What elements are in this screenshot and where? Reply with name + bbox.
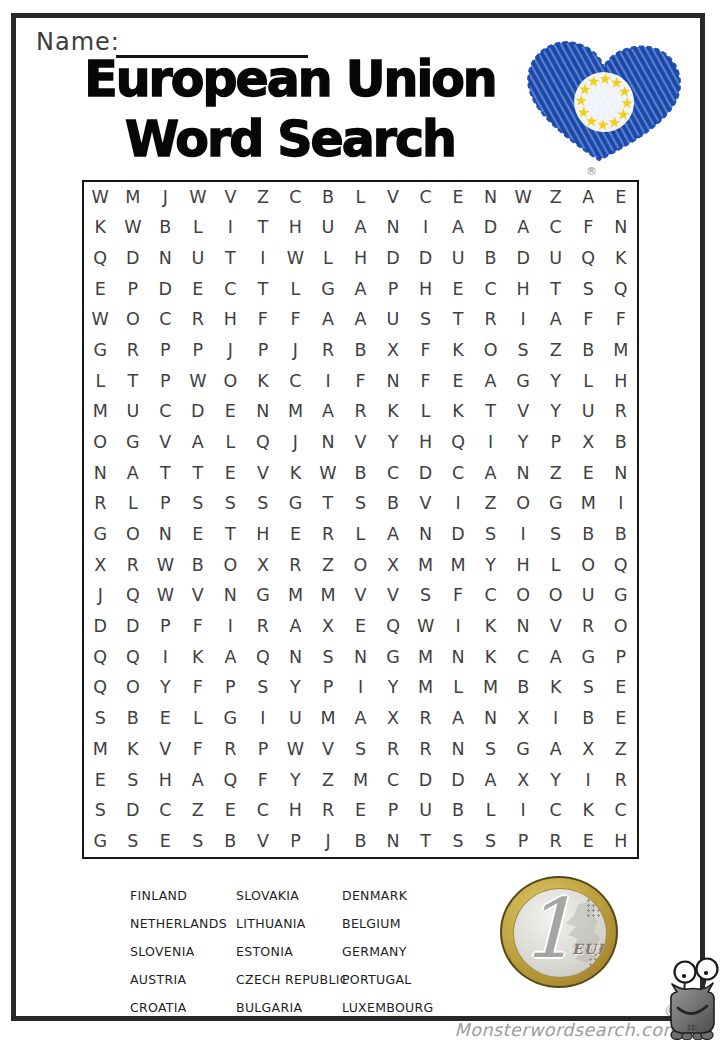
- grid-cell[interactable]: N: [377, 826, 410, 857]
- grid-cell[interactable]: P: [149, 335, 182, 366]
- grid-cell[interactable]: H: [409, 427, 442, 458]
- grid-cell[interactable]: G: [117, 427, 150, 458]
- grid-cell[interactable]: P: [279, 826, 312, 857]
- grid-cell[interactable]: K: [279, 458, 312, 489]
- grid-cell[interactable]: Q: [604, 274, 637, 305]
- grid-cell[interactable]: Y: [149, 673, 182, 704]
- grid-cell[interactable]: V: [377, 581, 410, 612]
- grid-cell[interactable]: K: [442, 335, 475, 366]
- grid-cell[interactable]: E: [279, 519, 312, 550]
- grid-cell[interactable]: N: [247, 397, 280, 428]
- grid-cell[interactable]: A: [442, 704, 475, 735]
- grid-cell[interactable]: W: [149, 550, 182, 581]
- grid-cell[interactable]: Q: [84, 673, 117, 704]
- grid-cell[interactable]: K: [442, 397, 475, 428]
- grid-cell[interactable]: B: [344, 458, 377, 489]
- grid-cell[interactable]: V: [507, 397, 540, 428]
- grid-cell[interactable]: Y: [539, 765, 572, 796]
- grid-cell[interactable]: B: [344, 335, 377, 366]
- grid-cell[interactable]: K: [604, 243, 637, 274]
- grid-cell[interactable]: P: [182, 335, 215, 366]
- grid-cell[interactable]: P: [377, 274, 410, 305]
- grid-cell[interactable]: Q: [247, 642, 280, 673]
- grid-cell[interactable]: F: [409, 335, 442, 366]
- grid-cell[interactable]: M: [117, 182, 150, 213]
- grid-cell[interactable]: I: [604, 489, 637, 520]
- grid-cell[interactable]: C: [474, 274, 507, 305]
- grid-cell[interactable]: J: [279, 427, 312, 458]
- grid-cell[interactable]: W: [182, 182, 215, 213]
- grid-cell[interactable]: E: [442, 366, 475, 397]
- grid-cell[interactable]: T: [409, 826, 442, 857]
- grid-cell[interactable]: C: [279, 366, 312, 397]
- grid-cell[interactable]: G: [507, 734, 540, 765]
- grid-cell[interactable]: S: [84, 704, 117, 735]
- grid-cell[interactable]: K: [539, 673, 572, 704]
- grid-cell[interactable]: S: [247, 673, 280, 704]
- grid-cell[interactable]: S: [214, 489, 247, 520]
- grid-cell[interactable]: A: [312, 305, 345, 336]
- grid-cell[interactable]: A: [572, 182, 605, 213]
- grid-cell[interactable]: R: [84, 489, 117, 520]
- grid-cell[interactable]: R: [604, 397, 637, 428]
- grid-cell[interactable]: V: [214, 182, 247, 213]
- grid-cell[interactable]: R: [312, 796, 345, 827]
- grid-cell[interactable]: X: [507, 704, 540, 735]
- grid-cell[interactable]: G: [507, 366, 540, 397]
- grid-cell[interactable]: N: [604, 458, 637, 489]
- word-item[interactable]: DENMARK: [342, 882, 433, 910]
- grid-cell[interactable]: O: [572, 550, 605, 581]
- grid-cell[interactable]: C: [377, 458, 410, 489]
- grid-cell[interactable]: U: [539, 243, 572, 274]
- grid-cell[interactable]: L: [572, 366, 605, 397]
- grid-cell[interactable]: E: [604, 704, 637, 735]
- grid-cell[interactable]: B: [312, 182, 345, 213]
- grid-cell[interactable]: A: [539, 305, 572, 336]
- grid-cell[interactable]: D: [149, 274, 182, 305]
- grid-cell[interactable]: L: [344, 182, 377, 213]
- grid-cell[interactable]: X: [572, 734, 605, 765]
- grid-cell[interactable]: G: [84, 335, 117, 366]
- grid-cell[interactable]: F: [344, 366, 377, 397]
- grid-cell[interactable]: F: [182, 734, 215, 765]
- grid-cell[interactable]: Z: [539, 458, 572, 489]
- word-item[interactable]: AUSTRIA: [130, 966, 227, 994]
- word-item[interactable]: LITHUANIA: [236, 910, 349, 938]
- grid-cell[interactable]: H: [279, 213, 312, 244]
- grid-cell[interactable]: V: [409, 489, 442, 520]
- grid-cell[interactable]: W: [312, 458, 345, 489]
- grid-cell[interactable]: K: [474, 612, 507, 643]
- grid-cell[interactable]: L: [344, 519, 377, 550]
- grid-cell[interactable]: N: [507, 458, 540, 489]
- grid-cell[interactable]: N: [604, 213, 637, 244]
- grid-cell[interactable]: G: [377, 642, 410, 673]
- grid-cell[interactable]: N: [409, 519, 442, 550]
- grid-cell[interactable]: S: [312, 642, 345, 673]
- grid-cell[interactable]: Z: [539, 335, 572, 366]
- grid-cell[interactable]: V: [377, 182, 410, 213]
- grid-cell[interactable]: M: [474, 673, 507, 704]
- grid-cell[interactable]: N: [474, 704, 507, 735]
- grid-cell[interactable]: R: [312, 519, 345, 550]
- grid-cell[interactable]: A: [344, 305, 377, 336]
- grid-cell[interactable]: E: [442, 274, 475, 305]
- grid-cell[interactable]: O: [507, 489, 540, 520]
- grid-cell[interactable]: K: [247, 366, 280, 397]
- word-item[interactable]: NETHERLANDS: [130, 910, 227, 938]
- grid-cell[interactable]: Q: [214, 765, 247, 796]
- grid-cell[interactable]: L: [539, 550, 572, 581]
- grid-cell[interactable]: U: [117, 397, 150, 428]
- grid-cell[interactable]: M: [279, 581, 312, 612]
- grid-cell[interactable]: G: [84, 826, 117, 857]
- grid-cell[interactable]: D: [117, 796, 150, 827]
- grid-cell[interactable]: H: [247, 519, 280, 550]
- grid-cell[interactable]: X: [312, 612, 345, 643]
- grid-cell[interactable]: H: [507, 274, 540, 305]
- grid-cell[interactable]: A: [312, 397, 345, 428]
- grid-cell[interactable]: I: [507, 519, 540, 550]
- grid-cell[interactable]: P: [149, 612, 182, 643]
- word-item[interactable]: LUXEMBOURG: [342, 994, 433, 1022]
- grid-cell[interactable]: S: [474, 519, 507, 550]
- grid-cell[interactable]: T: [117, 366, 150, 397]
- grid-cell[interactable]: X: [84, 550, 117, 581]
- grid-cell[interactable]: Q: [442, 427, 475, 458]
- grid-cell[interactable]: I: [214, 612, 247, 643]
- grid-cell[interactable]: X: [377, 335, 410, 366]
- grid-cell[interactable]: E: [572, 826, 605, 857]
- grid-cell[interactable]: U: [572, 581, 605, 612]
- word-item[interactable]: PORTUGAL: [342, 966, 433, 994]
- grid-cell[interactable]: Y: [377, 673, 410, 704]
- grid-cell[interactable]: Y: [279, 673, 312, 704]
- grid-cell[interactable]: M: [84, 397, 117, 428]
- grid-cell[interactable]: Y: [377, 427, 410, 458]
- word-item[interactable]: CROATIA: [130, 994, 227, 1022]
- grid-cell[interactable]: A: [182, 765, 215, 796]
- grid-cell[interactable]: Z: [312, 765, 345, 796]
- grid-cell[interactable]: G: [312, 274, 345, 305]
- grid-cell[interactable]: M: [409, 550, 442, 581]
- grid-cell[interactable]: E: [214, 397, 247, 428]
- grid-cell[interactable]: O: [507, 581, 540, 612]
- grid-cell[interactable]: O: [117, 673, 150, 704]
- grid-cell[interactable]: E: [214, 458, 247, 489]
- grid-cell[interactable]: Z: [539, 182, 572, 213]
- grid-cell[interactable]: C: [279, 182, 312, 213]
- grid-cell[interactable]: I: [149, 642, 182, 673]
- grid-cell[interactable]: O: [604, 612, 637, 643]
- grid-cell[interactable]: A: [507, 213, 540, 244]
- grid-cell[interactable]: S: [247, 489, 280, 520]
- grid-cell[interactable]: R: [117, 335, 150, 366]
- grid-cell[interactable]: S: [84, 796, 117, 827]
- grid-cell[interactable]: F: [572, 213, 605, 244]
- grid-cell[interactable]: H: [604, 366, 637, 397]
- grid-cell[interactable]: P: [247, 734, 280, 765]
- grid-cell[interactable]: N: [507, 612, 540, 643]
- grid-cell[interactable]: D: [182, 397, 215, 428]
- grid-cell[interactable]: A: [182, 427, 215, 458]
- grid-cell[interactable]: Z: [604, 734, 637, 765]
- grid-cell[interactable]: I: [214, 213, 247, 244]
- grid-cell[interactable]: H: [604, 826, 637, 857]
- grid-cell[interactable]: R: [117, 550, 150, 581]
- grid-cell[interactable]: V: [149, 427, 182, 458]
- grid-cell[interactable]: Y: [539, 397, 572, 428]
- grid-cell[interactable]: R: [312, 335, 345, 366]
- grid-cell[interactable]: M: [409, 673, 442, 704]
- grid-cell[interactable]: I: [312, 366, 345, 397]
- grid-cell[interactable]: D: [442, 765, 475, 796]
- grid-cell[interactable]: E: [84, 765, 117, 796]
- grid-cell[interactable]: H: [149, 765, 182, 796]
- grid-cell[interactable]: T: [149, 458, 182, 489]
- grid-cell[interactable]: I: [344, 673, 377, 704]
- grid-cell[interactable]: L: [312, 243, 345, 274]
- word-item[interactable]: CZECH REPUBLIC: [236, 966, 349, 994]
- grid-cell[interactable]: N: [149, 519, 182, 550]
- grid-cell[interactable]: E: [149, 704, 182, 735]
- grid-cell[interactable]: U: [442, 243, 475, 274]
- grid-cell[interactable]: A: [474, 458, 507, 489]
- grid-cell[interactable]: E: [572, 458, 605, 489]
- grid-cell[interactable]: K: [474, 642, 507, 673]
- grid-cell[interactable]: C: [214, 274, 247, 305]
- grid-cell[interactable]: I: [442, 489, 475, 520]
- grid-cell[interactable]: F: [182, 673, 215, 704]
- grid-cell[interactable]: T: [214, 519, 247, 550]
- grid-cell[interactable]: R: [539, 826, 572, 857]
- grid-cell[interactable]: S: [507, 335, 540, 366]
- grid-cell[interactable]: C: [507, 642, 540, 673]
- grid-cell[interactable]: D: [474, 213, 507, 244]
- grid-cell[interactable]: B: [182, 550, 215, 581]
- grid-cell[interactable]: K: [182, 642, 215, 673]
- grid-cell[interactable]: Q: [84, 642, 117, 673]
- grid-cell[interactable]: P: [377, 796, 410, 827]
- grid-cell[interactable]: V: [149, 734, 182, 765]
- grid-cell[interactable]: P: [149, 366, 182, 397]
- grid-cell[interactable]: U: [279, 704, 312, 735]
- grid-cell[interactable]: V: [539, 612, 572, 643]
- grid-cell[interactable]: A: [279, 612, 312, 643]
- grid-cell[interactable]: F: [572, 305, 605, 336]
- grid-cell[interactable]: B: [572, 704, 605, 735]
- grid-cell[interactable]: J: [84, 581, 117, 612]
- grid-cell[interactable]: N: [149, 243, 182, 274]
- grid-cell[interactable]: V: [344, 581, 377, 612]
- grid-cell[interactable]: W: [84, 182, 117, 213]
- grid-cell[interactable]: E: [604, 182, 637, 213]
- word-item[interactable]: GERMANY: [342, 938, 433, 966]
- grid-cell[interactable]: B: [572, 335, 605, 366]
- grid-cell[interactable]: A: [344, 213, 377, 244]
- grid-cell[interactable]: G: [539, 489, 572, 520]
- grid-cell[interactable]: O: [474, 335, 507, 366]
- grid-cell[interactable]: N: [474, 182, 507, 213]
- grid-cell[interactable]: O: [117, 519, 150, 550]
- word-item[interactable]: SLOVAKIA: [236, 882, 349, 910]
- grid-cell[interactable]: I: [507, 796, 540, 827]
- grid-cell[interactable]: L: [279, 274, 312, 305]
- grid-cell[interactable]: Z: [247, 182, 280, 213]
- grid-cell[interactable]: A: [344, 704, 377, 735]
- grid-cell[interactable]: N: [442, 734, 475, 765]
- grid-cell[interactable]: Q: [572, 243, 605, 274]
- grid-cell[interactable]: D: [117, 612, 150, 643]
- grid-cell[interactable]: V: [182, 581, 215, 612]
- grid-cell[interactable]: B: [117, 704, 150, 735]
- grid-cell[interactable]: L: [214, 427, 247, 458]
- grid-cell[interactable]: S: [117, 826, 150, 857]
- grid-cell[interactable]: P: [214, 673, 247, 704]
- grid-cell[interactable]: W: [409, 612, 442, 643]
- grid-cell[interactable]: O: [84, 427, 117, 458]
- grid-cell[interactable]: C: [409, 182, 442, 213]
- grid-cell[interactable]: Q: [117, 642, 150, 673]
- grid-cell[interactable]: Q: [604, 550, 637, 581]
- grid-cell[interactable]: V: [312, 734, 345, 765]
- grid-cell[interactable]: R: [182, 305, 215, 336]
- grid-cell[interactable]: Q: [377, 612, 410, 643]
- grid-cell[interactable]: P: [247, 335, 280, 366]
- grid-cell[interactable]: W: [182, 366, 215, 397]
- grid-cell[interactable]: V: [247, 458, 280, 489]
- grid-cell[interactable]: N: [279, 642, 312, 673]
- grid-cell[interactable]: F: [247, 765, 280, 796]
- grid-cell[interactable]: L: [409, 397, 442, 428]
- grid-cell[interactable]: Q: [117, 581, 150, 612]
- grid-cell[interactable]: L: [117, 489, 150, 520]
- grid-cell[interactable]: D: [84, 612, 117, 643]
- grid-cell[interactable]: C: [539, 796, 572, 827]
- grid-cell[interactable]: P: [149, 489, 182, 520]
- grid-cell[interactable]: M: [84, 734, 117, 765]
- grid-cell[interactable]: S: [442, 826, 475, 857]
- grid-cell[interactable]: R: [409, 734, 442, 765]
- grid-cell[interactable]: D: [409, 458, 442, 489]
- grid-cell[interactable]: G: [247, 581, 280, 612]
- grid-cell[interactable]: E: [442, 182, 475, 213]
- grid-cell[interactable]: N: [377, 366, 410, 397]
- grid-cell[interactable]: X: [507, 765, 540, 796]
- grid-cell[interactable]: C: [442, 458, 475, 489]
- grid-cell[interactable]: B: [572, 519, 605, 550]
- grid-cell[interactable]: Y: [474, 550, 507, 581]
- grid-cell[interactable]: E: [84, 274, 117, 305]
- grid-cell[interactable]: S: [182, 826, 215, 857]
- grid-cell[interactable]: C: [149, 796, 182, 827]
- grid-cell[interactable]: A: [539, 642, 572, 673]
- grid-cell[interactable]: F: [182, 612, 215, 643]
- grid-cell[interactable]: B: [214, 826, 247, 857]
- grid-cell[interactable]: R: [409, 704, 442, 735]
- grid-cell[interactable]: B: [442, 796, 475, 827]
- grid-cell[interactable]: Z: [312, 550, 345, 581]
- grid-cell[interactable]: H: [507, 550, 540, 581]
- grid-cell[interactable]: I: [539, 704, 572, 735]
- grid-cell[interactable]: O: [214, 550, 247, 581]
- grid-cell[interactable]: O: [117, 305, 150, 336]
- grid-cell[interactable]: H: [279, 796, 312, 827]
- grid-cell[interactable]: U: [409, 796, 442, 827]
- grid-cell[interactable]: T: [312, 489, 345, 520]
- grid-cell[interactable]: T: [474, 397, 507, 428]
- grid-cell[interactable]: T: [214, 243, 247, 274]
- grid-cell[interactable]: C: [377, 765, 410, 796]
- grid-cell[interactable]: H: [409, 274, 442, 305]
- grid-cell[interactable]: R: [279, 550, 312, 581]
- grid-cell[interactable]: P: [507, 826, 540, 857]
- grid-cell[interactable]: S: [409, 581, 442, 612]
- grid-cell[interactable]: C: [149, 397, 182, 428]
- grid-cell[interactable]: W: [117, 213, 150, 244]
- grid-cell[interactable]: O: [214, 366, 247, 397]
- wordsearch-grid[interactable]: WMJWVZCBLVCENWZAEKWBLITHUANIADACFNQDNUTI…: [82, 180, 639, 859]
- grid-cell[interactable]: B: [344, 826, 377, 857]
- grid-cell[interactable]: T: [247, 213, 280, 244]
- grid-cell[interactable]: I: [247, 243, 280, 274]
- grid-cell[interactable]: T: [247, 274, 280, 305]
- grid-cell[interactable]: A: [474, 765, 507, 796]
- grid-cell[interactable]: Q: [84, 243, 117, 274]
- grid-cell[interactable]: D: [409, 765, 442, 796]
- grid-cell[interactable]: Z: [182, 796, 215, 827]
- grid-cell[interactable]: B: [377, 489, 410, 520]
- grid-cell[interactable]: S: [474, 826, 507, 857]
- grid-cell[interactable]: L: [182, 213, 215, 244]
- grid-cell[interactable]: W: [149, 581, 182, 612]
- grid-cell[interactable]: N: [312, 427, 345, 458]
- grid-cell[interactable]: M: [572, 489, 605, 520]
- grid-cell[interactable]: R: [474, 305, 507, 336]
- grid-cell[interactable]: S: [344, 734, 377, 765]
- grid-cell[interactable]: O: [539, 581, 572, 612]
- word-item[interactable]: BULGARIA: [236, 994, 349, 1022]
- grid-cell[interactable]: B: [604, 519, 637, 550]
- grid-cell[interactable]: V: [247, 826, 280, 857]
- grid-cell[interactable]: I: [409, 213, 442, 244]
- grid-cell[interactable]: D: [377, 243, 410, 274]
- grid-cell[interactable]: M: [409, 642, 442, 673]
- grid-cell[interactable]: P: [312, 673, 345, 704]
- grid-cell[interactable]: V: [344, 427, 377, 458]
- grid-cell[interactable]: B: [604, 427, 637, 458]
- grid-cell[interactable]: U: [377, 305, 410, 336]
- grid-cell[interactable]: U: [312, 213, 345, 244]
- grid-cell[interactable]: E: [344, 612, 377, 643]
- grid-cell[interactable]: G: [279, 489, 312, 520]
- grid-cell[interactable]: C: [604, 796, 637, 827]
- grid-cell[interactable]: W: [84, 305, 117, 336]
- grid-cell[interactable]: M: [312, 581, 345, 612]
- grid-cell[interactable]: A: [442, 213, 475, 244]
- grid-cell[interactable]: S: [182, 489, 215, 520]
- grid-cell[interactable]: D: [409, 243, 442, 274]
- grid-cell[interactable]: A: [344, 274, 377, 305]
- grid-cell[interactable]: K: [117, 734, 150, 765]
- grid-cell[interactable]: U: [182, 243, 215, 274]
- grid-cell[interactable]: C: [539, 213, 572, 244]
- grid-cell[interactable]: W: [279, 243, 312, 274]
- grid-cell[interactable]: S: [344, 489, 377, 520]
- grid-cell[interactable]: R: [572, 612, 605, 643]
- grid-cell[interactable]: P: [539, 427, 572, 458]
